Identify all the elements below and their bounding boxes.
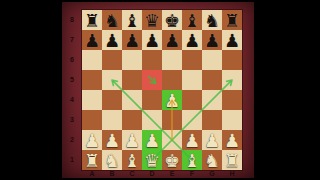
square-f8[interactable]: ♝ <box>182 10 202 30</box>
square-d6[interactable] <box>142 50 162 70</box>
rank-labels: 87654321 <box>62 10 82 170</box>
square-d5[interactable] <box>142 70 162 90</box>
square-e7[interactable]: ♟ <box>162 30 182 50</box>
square-h4[interactable] <box>222 90 242 110</box>
square-e4[interactable]: ♟ <box>162 90 182 110</box>
square-d2[interactable]: ♟ <box>142 130 162 150</box>
black-pawn-icon: ♟ <box>182 30 202 50</box>
file-label-G: G <box>202 169 222 178</box>
square-c3[interactable] <box>122 110 142 130</box>
square-b3[interactable] <box>102 110 122 130</box>
white-pawn-icon: ♟ <box>102 130 122 150</box>
black-rook-icon: ♜ <box>222 10 242 30</box>
square-e8[interactable]: ♚ <box>162 10 182 30</box>
square-b6[interactable] <box>102 50 122 70</box>
square-a6[interactable] <box>82 50 102 70</box>
square-b1[interactable]: ♞ <box>102 150 122 170</box>
black-queen-icon: ♛ <box>142 10 162 30</box>
square-f7[interactable]: ♟ <box>182 30 202 50</box>
square-d3[interactable] <box>142 110 162 130</box>
white-knight-icon: ♞ <box>102 150 122 170</box>
square-c2[interactable]: ♟ <box>122 130 142 150</box>
white-queen-icon: ♛ <box>142 150 162 170</box>
square-h5[interactable] <box>222 70 242 90</box>
square-g1[interactable]: ♞ <box>202 150 222 170</box>
black-knight-icon: ♞ <box>102 10 122 30</box>
file-label-D: D <box>142 169 162 178</box>
square-g2[interactable]: ♟ <box>202 130 222 150</box>
black-knight-icon: ♞ <box>202 10 222 30</box>
rank-label-2: 2 <box>62 130 82 150</box>
square-f4[interactable] <box>182 90 202 110</box>
square-a7[interactable]: ♟ <box>82 30 102 50</box>
video-frame: 87654321 ABCDEFGH ♜♞♝♛♚♝♞♜♟♟♟♟♟♟♟♟♟♟♟♟♟♟… <box>0 0 320 180</box>
black-pawn-icon: ♟ <box>122 30 142 50</box>
file-label-F: F <box>182 169 202 178</box>
white-pawn-icon: ♟ <box>82 130 102 150</box>
square-h7[interactable]: ♟ <box>222 30 242 50</box>
square-g3[interactable] <box>202 110 222 130</box>
white-rook-icon: ♜ <box>82 150 102 170</box>
square-e1[interactable]: ♚ <box>162 150 182 170</box>
black-pawn-icon: ♟ <box>202 30 222 50</box>
square-f6[interactable] <box>182 50 202 70</box>
black-pawn-icon: ♟ <box>162 30 182 50</box>
square-g7[interactable]: ♟ <box>202 30 222 50</box>
square-g5[interactable] <box>202 70 222 90</box>
square-a4[interactable] <box>82 90 102 110</box>
square-f3[interactable] <box>182 110 202 130</box>
black-bishop-icon: ♝ <box>182 10 202 30</box>
chess-board: ♜♞♝♛♚♝♞♜♟♟♟♟♟♟♟♟♟♟♟♟♟♟♟♟♜♞♝♛♚♝♞♜ <box>82 10 242 170</box>
square-e5[interactable] <box>162 70 182 90</box>
rank-label-7: 7 <box>62 30 82 50</box>
rank-label-3: 3 <box>62 110 82 130</box>
square-g6[interactable] <box>202 50 222 70</box>
square-c8[interactable]: ♝ <box>122 10 142 30</box>
square-a5[interactable] <box>82 70 102 90</box>
square-e2[interactable] <box>162 130 182 150</box>
square-b5[interactable] <box>102 70 122 90</box>
square-a2[interactable]: ♟ <box>82 130 102 150</box>
white-bishop-icon: ♝ <box>182 150 202 170</box>
square-b2[interactable]: ♟ <box>102 130 122 150</box>
white-pawn-icon: ♟ <box>162 90 182 110</box>
square-h6[interactable] <box>222 50 242 70</box>
rank-label-8: 8 <box>62 10 82 30</box>
file-label-A: A <box>82 169 102 178</box>
square-c1[interactable]: ♝ <box>122 150 142 170</box>
white-bishop-icon: ♝ <box>122 150 142 170</box>
rank-label-6: 6 <box>62 50 82 70</box>
white-rook-icon: ♜ <box>222 150 242 170</box>
rank-label-4: 4 <box>62 90 82 110</box>
rank-label-1: 1 <box>62 150 82 170</box>
black-pawn-icon: ♟ <box>142 30 162 50</box>
file-label-B: B <box>102 169 122 178</box>
black-rook-icon: ♜ <box>82 10 102 30</box>
black-pawn-icon: ♟ <box>222 30 242 50</box>
square-d1[interactable]: ♛ <box>142 150 162 170</box>
square-h1[interactable]: ♜ <box>222 150 242 170</box>
square-f2[interactable]: ♟ <box>182 130 202 150</box>
square-b8[interactable]: ♞ <box>102 10 122 30</box>
white-pawn-icon: ♟ <box>182 130 202 150</box>
square-c7[interactable]: ♟ <box>122 30 142 50</box>
black-pawn-icon: ♟ <box>82 30 102 50</box>
black-pawn-icon: ♟ <box>102 30 122 50</box>
rank-label-5: 5 <box>62 70 82 90</box>
square-c5[interactable] <box>122 70 142 90</box>
white-pawn-icon: ♟ <box>222 130 242 150</box>
square-d8[interactable]: ♛ <box>142 10 162 30</box>
square-b7[interactable]: ♟ <box>102 30 122 50</box>
white-knight-icon: ♞ <box>202 150 222 170</box>
square-g8[interactable]: ♞ <box>202 10 222 30</box>
square-a3[interactable] <box>82 110 102 130</box>
square-f5[interactable] <box>182 70 202 90</box>
square-c4[interactable] <box>122 90 142 110</box>
white-pawn-icon: ♟ <box>202 130 222 150</box>
square-d7[interactable]: ♟ <box>142 30 162 50</box>
white-pawn-icon: ♟ <box>142 130 162 150</box>
square-f1[interactable]: ♝ <box>182 150 202 170</box>
file-labels: ABCDEFGH <box>82 169 242 178</box>
square-e6[interactable] <box>162 50 182 70</box>
square-h8[interactable]: ♜ <box>222 10 242 30</box>
black-bishop-icon: ♝ <box>122 10 142 30</box>
square-a1[interactable]: ♜ <box>82 150 102 170</box>
white-pawn-icon: ♟ <box>122 130 142 150</box>
square-c6[interactable] <box>122 50 142 70</box>
file-label-H: H <box>222 169 242 178</box>
white-king-icon: ♚ <box>162 150 182 170</box>
square-b4[interactable] <box>102 90 122 110</box>
file-label-E: E <box>162 169 182 178</box>
square-e3[interactable] <box>162 110 182 130</box>
file-label-C: C <box>122 169 142 178</box>
square-a8[interactable]: ♜ <box>82 10 102 30</box>
square-g4[interactable] <box>202 90 222 110</box>
black-king-icon: ♚ <box>162 10 182 30</box>
square-h3[interactable] <box>222 110 242 130</box>
square-h2[interactable]: ♟ <box>222 130 242 150</box>
square-d4[interactable] <box>142 90 162 110</box>
